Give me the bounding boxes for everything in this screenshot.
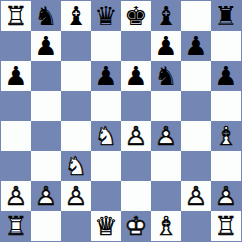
piece-black-fill: ♟ — [1, 61, 31, 91]
square-c8[interactable]: ♝ — [61, 1, 91, 31]
square-h8[interactable]: ♜ — [211, 1, 241, 31]
square-c4[interactable] — [61, 121, 91, 151]
piece-black-fill: ♟ — [211, 61, 241, 91]
white-pawn-piece[interactable]: ♟♙ — [121, 121, 151, 151]
white-rook-piece[interactable]: ♜♖ — [1, 211, 31, 241]
black-bishop-piece[interactable]: ♝ — [151, 1, 181, 31]
square-g3[interactable] — [181, 151, 211, 181]
square-a8[interactable]: ♜♖ — [1, 1, 31, 31]
square-c7[interactable] — [61, 31, 91, 61]
square-d3[interactable] — [91, 151, 121, 181]
square-h2[interactable]: ♟♙ — [211, 181, 241, 211]
square-e8[interactable]: ♚ — [121, 1, 151, 31]
square-f7[interactable]: ♟ — [151, 31, 181, 61]
square-f1[interactable]: ♝♗ — [151, 211, 181, 241]
square-g5[interactable] — [181, 91, 211, 121]
piece-black-outline: ♕ — [91, 211, 121, 241]
white-bishop-piece[interactable]: ♝♗ — [211, 121, 241, 151]
black-knight-piece[interactable]: ♞ — [31, 1, 61, 31]
square-c5[interactable] — [61, 91, 91, 121]
square-d2[interactable] — [91, 181, 121, 211]
black-pawn-piece[interactable]: ♟ — [181, 31, 211, 61]
black-pawn-piece[interactable]: ♟ — [211, 61, 241, 91]
square-c6[interactable] — [61, 61, 91, 91]
white-king-piece[interactable]: ♚♔ — [121, 211, 151, 241]
black-rook-piece[interactable]: ♜ — [211, 1, 241, 31]
white-pawn-piece[interactable]: ♟♙ — [31, 181, 61, 211]
square-d7[interactable] — [91, 31, 121, 61]
square-d1[interactable]: ♛♕ — [91, 211, 121, 241]
square-f8[interactable]: ♝ — [151, 1, 181, 31]
square-e5[interactable] — [121, 91, 151, 121]
piece-black-fill: ♟ — [151, 31, 181, 61]
piece-black-fill: ♚ — [121, 1, 151, 31]
piece-black-fill: ♟ — [181, 31, 211, 61]
square-b2[interactable]: ♟♙ — [31, 181, 61, 211]
white-pawn-piece[interactable]: ♟♙ — [1, 181, 31, 211]
piece-black-outline: ♖ — [1, 211, 31, 241]
square-d5[interactable] — [91, 91, 121, 121]
piece-black-outline: ♙ — [211, 181, 241, 211]
square-b5[interactable] — [31, 91, 61, 121]
white-bishop-piece[interactable]: ♝♗ — [151, 211, 181, 241]
square-d8[interactable]: ♛ — [91, 1, 121, 31]
square-h3[interactable] — [211, 151, 241, 181]
square-e1[interactable]: ♚♔ — [121, 211, 151, 241]
piece-black-fill: ♞ — [31, 1, 61, 31]
square-a5[interactable] — [1, 91, 31, 121]
square-h7[interactable] — [211, 31, 241, 61]
square-b1[interactable] — [31, 211, 61, 241]
square-b4[interactable] — [31, 121, 61, 151]
white-pawn-piece[interactable]: ♟♙ — [181, 181, 211, 211]
square-f4[interactable]: ♟♙ — [151, 121, 181, 151]
white-rook-piece[interactable]: ♜♖ — [211, 211, 241, 241]
square-c3[interactable]: ♞♘ — [61, 151, 91, 181]
square-h4[interactable]: ♝♗ — [211, 121, 241, 151]
chess-board: ♜♖♞♝♛♚♝♜♟♟♟♟♟♟♞♟♞♘♟♙♟♙♝♗♞♘♟♙♟♙♟♙♟♙♟♙♜♖♛♕… — [0, 0, 242, 242]
square-f3[interactable] — [151, 151, 181, 181]
white-knight-piece[interactable]: ♞♘ — [61, 151, 91, 181]
square-f5[interactable] — [151, 91, 181, 121]
piece-black-fill: ♛ — [91, 1, 121, 31]
black-bishop-piece[interactable]: ♝ — [61, 1, 91, 31]
square-c2[interactable]: ♟♙ — [61, 181, 91, 211]
square-g8[interactable] — [181, 1, 211, 31]
square-e3[interactable] — [121, 151, 151, 181]
square-g4[interactable] — [181, 121, 211, 151]
square-h5[interactable] — [211, 91, 241, 121]
piece-black-outline: ♙ — [61, 181, 91, 211]
square-a3[interactable] — [1, 151, 31, 181]
square-a7[interactable] — [1, 31, 31, 61]
square-e4[interactable]: ♟♙ — [121, 121, 151, 151]
piece-black-outline: ♘ — [91, 121, 121, 151]
square-g7[interactable]: ♟ — [181, 31, 211, 61]
piece-black-fill: ♟ — [31, 31, 61, 61]
piece-black-outline: ♖ — [1, 1, 31, 31]
white-pawn-piece[interactable]: ♟♙ — [151, 121, 181, 151]
chess-app: ♜♖♞♝♛♚♝♜♟♟♟♟♟♟♞♟♞♘♟♙♟♙♝♗♞♘♟♙♟♙♟♙♟♙♟♙♜♖♛♕… — [0, 0, 242, 242]
square-h6[interactable]: ♟ — [211, 61, 241, 91]
black-pawn-piece[interactable]: ♟ — [121, 61, 151, 91]
piece-black-fill: ♟ — [121, 61, 151, 91]
piece-black-outline: ♙ — [31, 181, 61, 211]
square-c1[interactable] — [61, 211, 91, 241]
piece-black-fill: ♞ — [151, 61, 181, 91]
piece-black-outline: ♙ — [151, 121, 181, 151]
square-e2[interactable] — [121, 181, 151, 211]
square-a1[interactable]: ♜♖ — [1, 211, 31, 241]
black-knight-piece[interactable]: ♞ — [151, 61, 181, 91]
square-g1[interactable] — [181, 211, 211, 241]
black-queen-piece[interactable]: ♛ — [91, 1, 121, 31]
square-a2[interactable]: ♟♙ — [1, 181, 31, 211]
white-pawn-piece[interactable]: ♟♙ — [61, 181, 91, 211]
square-a6[interactable]: ♟ — [1, 61, 31, 91]
piece-black-fill: ♝ — [61, 1, 91, 31]
piece-black-outline: ♔ — [121, 211, 151, 241]
square-e7[interactable] — [121, 31, 151, 61]
square-b6[interactable] — [31, 61, 61, 91]
piece-black-outline: ♗ — [211, 121, 241, 151]
square-b8[interactable]: ♞ — [31, 1, 61, 31]
square-e6[interactable]: ♟ — [121, 61, 151, 91]
square-a4[interactable] — [1, 121, 31, 151]
square-b3[interactable] — [31, 151, 61, 181]
square-b7[interactable]: ♟ — [31, 31, 61, 61]
piece-black-outline: ♙ — [121, 121, 151, 151]
square-h1[interactable]: ♜♖ — [211, 211, 241, 241]
piece-black-outline: ♙ — [181, 181, 211, 211]
black-pawn-piece[interactable]: ♟ — [1, 61, 31, 91]
white-knight-piece[interactable]: ♞♘ — [91, 121, 121, 151]
piece-black-outline: ♗ — [151, 211, 181, 241]
piece-black-outline: ♖ — [211, 211, 241, 241]
piece-black-outline: ♘ — [61, 151, 91, 181]
white-rook-piece[interactable]: ♜♖ — [1, 1, 31, 31]
black-king-piece[interactable]: ♚ — [121, 1, 151, 31]
white-queen-piece[interactable]: ♛♕ — [91, 211, 121, 241]
piece-black-outline: ♙ — [1, 181, 31, 211]
square-g2[interactable]: ♟♙ — [181, 181, 211, 211]
black-pawn-piece[interactable]: ♟ — [151, 31, 181, 61]
white-pawn-piece[interactable]: ♟♙ — [211, 181, 241, 211]
square-f2[interactable] — [151, 181, 181, 211]
black-pawn-piece[interactable]: ♟ — [91, 61, 121, 91]
black-pawn-piece[interactable]: ♟ — [31, 31, 61, 61]
square-d4[interactable]: ♞♘ — [91, 121, 121, 151]
square-f6[interactable]: ♞ — [151, 61, 181, 91]
piece-black-fill: ♝ — [151, 1, 181, 31]
square-d6[interactable]: ♟ — [91, 61, 121, 91]
square-g6[interactable] — [181, 61, 211, 91]
piece-black-fill: ♜ — [211, 1, 241, 31]
piece-black-fill: ♟ — [91, 61, 121, 91]
